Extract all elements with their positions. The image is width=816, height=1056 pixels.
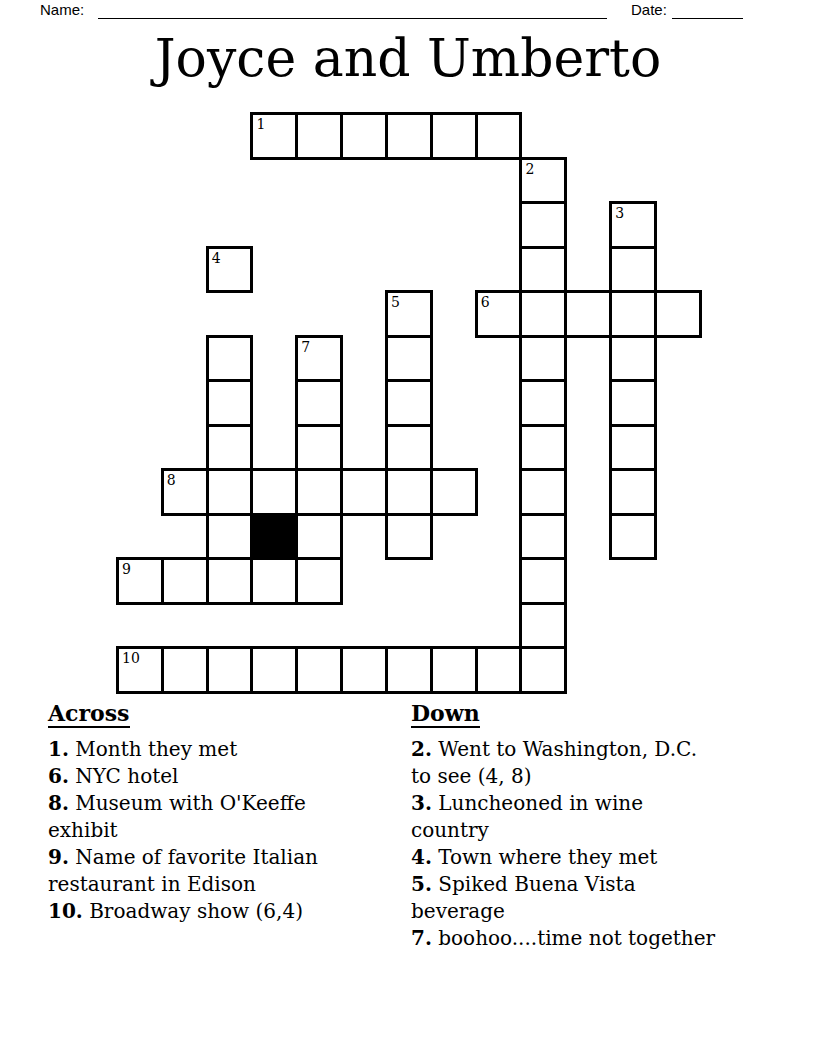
puzzle-title: Joyce and Umberto xyxy=(0,27,816,89)
cell-r12-c8[interactable] xyxy=(475,646,523,694)
name-label: Name: xyxy=(40,1,84,19)
clue-1: 1. Month they met xyxy=(48,736,403,763)
clue-number-5: 5 xyxy=(391,295,400,309)
cell-r4-c10[interactable] xyxy=(564,290,612,338)
cell-r12-c1[interactable] xyxy=(161,646,209,694)
cell-r7-c9[interactable] xyxy=(519,424,567,472)
date-label: Date: xyxy=(631,1,667,19)
clue-number-10: 10 xyxy=(122,651,140,665)
clue-number-4: 4 xyxy=(212,251,221,265)
cell-r7-c4[interactable] xyxy=(295,424,343,472)
cell-r12-c3[interactable] xyxy=(250,646,298,694)
crossword-worksheet: Name: Date: Joyce and Umberto 1234567891… xyxy=(0,0,816,1056)
clue-number-2: 2 xyxy=(525,162,534,176)
cell-r12-c9[interactable] xyxy=(519,646,567,694)
cell-r2-c9[interactable] xyxy=(519,201,567,249)
cell-r5-c6[interactable] xyxy=(385,335,433,383)
clue-8-continued: exhibit xyxy=(48,817,403,844)
cell-r5-c11[interactable] xyxy=(609,335,657,383)
cell-r8-c5[interactable] xyxy=(340,468,388,516)
cell-r5-c2[interactable] xyxy=(206,335,254,383)
cell-r8-c7[interactable] xyxy=(430,468,478,516)
cell-r0-c8[interactable] xyxy=(475,112,523,160)
cell-r12-c4[interactable] xyxy=(295,646,343,694)
date-blank-line xyxy=(672,2,743,19)
cell-r0-c7[interactable] xyxy=(430,112,478,160)
cell-r7-c2[interactable] xyxy=(206,424,254,472)
cell-r8-c6[interactable] xyxy=(385,468,433,516)
clue-7: 7. boohoo....time not together xyxy=(411,925,801,952)
cell-r3-c11[interactable] xyxy=(609,246,657,294)
across-heading: Across xyxy=(48,701,130,728)
cell-r12-c7[interactable] xyxy=(430,646,478,694)
cell-r7-c6[interactable] xyxy=(385,424,433,472)
clue-5: 5. Spiked Buena Vista xyxy=(411,871,801,898)
cell-r5-c9[interactable] xyxy=(519,335,567,383)
cell-r12-c5[interactable] xyxy=(340,646,388,694)
cell-r9-c9[interactable] xyxy=(519,513,567,561)
clue-5-continued: beverage xyxy=(411,898,801,925)
cell-r10-c4[interactable] xyxy=(295,557,343,605)
cell-r4-c11[interactable] xyxy=(609,290,657,338)
cell-r8-c2[interactable] xyxy=(206,468,254,516)
clue-number-8: 8 xyxy=(167,473,176,487)
clue-6: 6. NYC hotel xyxy=(48,763,403,790)
cell-r0-c6[interactable] xyxy=(385,112,433,160)
down-heading: Down xyxy=(411,701,480,728)
down-clue-list: 2. Went to Washington, D.C.to see (4, 8)… xyxy=(411,736,801,952)
clue-3: 3. Luncheoned in wine xyxy=(411,790,801,817)
clue-10: 10. Broadway show (6,4) xyxy=(48,898,403,925)
cell-r6-c4[interactable] xyxy=(295,379,343,427)
cell-r12-c2[interactable] xyxy=(206,646,254,694)
cell-r0-c4[interactable] xyxy=(295,112,343,160)
down-clues-section: Down 2. Went to Washington, D.C.to see (… xyxy=(411,701,801,952)
cell-r8-c11[interactable] xyxy=(609,468,657,516)
cell-r10-c9[interactable] xyxy=(519,557,567,605)
crossword-grid: 12345678910 xyxy=(116,112,706,698)
cell-r10-c1[interactable] xyxy=(161,557,209,605)
cell-r3-c9[interactable] xyxy=(519,246,567,294)
across-clues-section: Across 1. Month they met6. NYC hotel8. M… xyxy=(48,701,403,925)
clue-3-continued: country xyxy=(411,817,801,844)
clue-2: 2. Went to Washington, D.C. xyxy=(411,736,801,763)
clue-8: 8. Museum with O'Keeffe xyxy=(48,790,403,817)
name-blank-line xyxy=(98,2,607,19)
cell-r4-c9[interactable] xyxy=(519,290,567,338)
cell-r0-c5[interactable] xyxy=(340,112,388,160)
clue-2-continued: to see (4, 8) xyxy=(411,763,801,790)
black-cell xyxy=(250,513,298,561)
cell-r8-c4[interactable] xyxy=(295,468,343,516)
cell-r8-c3[interactable] xyxy=(250,468,298,516)
clue-number-9: 9 xyxy=(122,562,131,576)
cell-r9-c11[interactable] xyxy=(609,513,657,561)
cell-r10-c3[interactable] xyxy=(250,557,298,605)
cell-r9-c6[interactable] xyxy=(385,513,433,561)
clue-9: 9. Name of favorite Italian xyxy=(48,844,403,871)
clue-4: 4. Town where they met xyxy=(411,844,801,871)
clue-9-continued: restaurant in Edison xyxy=(48,871,403,898)
clue-number-6: 6 xyxy=(481,295,490,309)
cell-r6-c6[interactable] xyxy=(385,379,433,427)
clue-number-1: 1 xyxy=(256,117,265,131)
cell-r6-c2[interactable] xyxy=(206,379,254,427)
cell-r9-c2[interactable] xyxy=(206,513,254,561)
cell-r11-c9[interactable] xyxy=(519,602,567,650)
cell-r12-c6[interactable] xyxy=(385,646,433,694)
cell-r4-c12[interactable] xyxy=(654,290,702,338)
cell-r6-c9[interactable] xyxy=(519,379,567,427)
clue-number-3: 3 xyxy=(615,206,624,220)
across-clue-list: 1. Month they met6. NYC hotel8. Museum w… xyxy=(48,736,403,925)
cell-r8-c9[interactable] xyxy=(519,468,567,516)
cell-r9-c4[interactable] xyxy=(295,513,343,561)
clue-number-7: 7 xyxy=(301,340,310,354)
cell-r10-c2[interactable] xyxy=(206,557,254,605)
cell-r6-c11[interactable] xyxy=(609,379,657,427)
cell-r7-c11[interactable] xyxy=(609,424,657,472)
